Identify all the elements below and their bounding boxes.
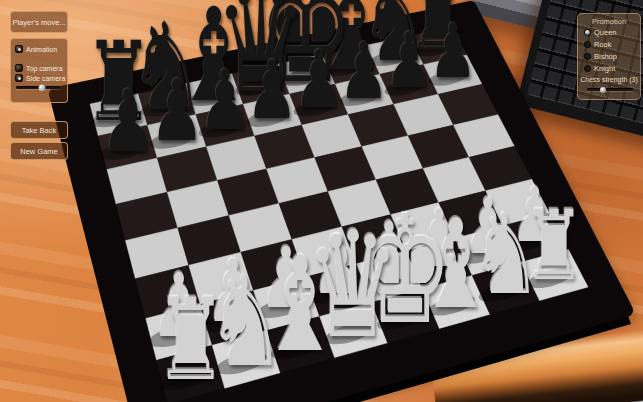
radio-queen[interactable]	[584, 29, 591, 36]
piece-black-pawn[interactable]: ♟	[246, 50, 298, 131]
promotion-option-rook[interactable]: Rook	[584, 40, 612, 49]
camera-slider-knob[interactable]	[38, 84, 45, 91]
piece-white-rook[interactable]: ♜	[154, 284, 227, 397]
piece-black-pawn[interactable]: ♟	[428, 14, 476, 89]
queen-label: Queen	[594, 28, 617, 37]
radio-bishop[interactable]	[584, 53, 591, 60]
strength-slider-track[interactable]	[587, 88, 633, 91]
status-box: Player's move...	[10, 11, 68, 33]
status-text: Player's move...	[12, 18, 65, 27]
new-game-label: New Game	[20, 147, 58, 156]
piece-black-pawn[interactable]: ♟	[198, 59, 252, 142]
new-game-button[interactable]: New Game	[10, 142, 68, 160]
top-camera-row: Top camera	[15, 64, 63, 72]
top-camera-label: Top camera	[26, 65, 63, 72]
take-back-button[interactable]: Take Back	[10, 121, 68, 139]
piece-black-pawn[interactable]: ♟	[149, 68, 204, 153]
piece-black-pawn[interactable]: ♟	[384, 23, 434, 100]
piece-black-pawn[interactable]: ♟	[339, 32, 389, 110]
piece-black-pawn[interactable]: ♟	[100, 78, 156, 164]
chess-strength-label: Chess strength (3)	[578, 76, 640, 83]
strength-slider-knob[interactable]	[600, 87, 606, 93]
top-camera-radio[interactable]	[15, 64, 23, 72]
side-camera-label: Side camera	[26, 75, 65, 82]
side-camera-row: Side camera	[15, 74, 65, 82]
knight-label: Knight	[594, 64, 615, 73]
piece-black-pawn[interactable]: ♟	[293, 40, 345, 120]
take-back-label: Take Back	[22, 126, 57, 135]
radio-rook[interactable]	[584, 41, 591, 48]
controls-box: Animation Top camera Side camera	[10, 38, 68, 103]
animation-row: Animation	[15, 45, 57, 53]
promotion-option-knight[interactable]: Knight	[584, 64, 615, 73]
promotion-option-queen[interactable]: Queen	[584, 28, 617, 37]
side-camera-radio[interactable]	[15, 74, 23, 82]
promotion-title: Promotion	[578, 17, 640, 26]
radio-knight[interactable]	[584, 65, 591, 72]
bishop-label: Bishop	[594, 52, 617, 61]
animation-checkbox[interactable]	[15, 45, 23, 53]
promotion-option-bishop[interactable]: Bishop	[584, 52, 617, 61]
promotion-panel: Promotion Queen Rook Bishop Knight Chess…	[577, 13, 641, 100]
animation-label: Animation	[26, 46, 57, 53]
rook-label: Rook	[594, 40, 612, 49]
camera-slider-track[interactable]	[16, 86, 60, 89]
